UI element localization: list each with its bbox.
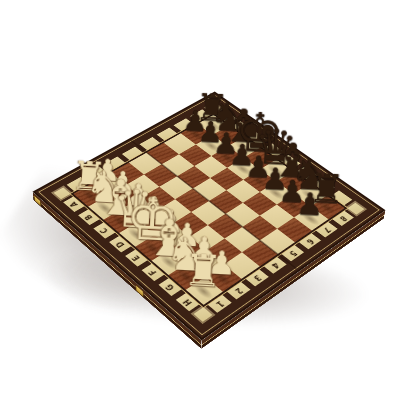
piece-ground-shadow bbox=[160, 228, 183, 245]
piece-ground-shadow bbox=[176, 241, 199, 259]
piece-ground-shadow bbox=[281, 175, 303, 191]
piece-ground-shadow bbox=[94, 200, 116, 216]
pieces-layer: ♜♞♝♚♛♝♞♜♟♟♟♟♟♟♟♟♜♞♝♛♚♝♞♜♟♟♟♟♟♟♟♟ bbox=[73, 115, 344, 305]
piece-ground-shadow bbox=[141, 239, 164, 257]
piece-ground-shadow bbox=[157, 253, 180, 271]
piece-ground-shadow bbox=[193, 255, 217, 273]
file-label: C bbox=[100, 227, 110, 234]
piece-ground-shadow bbox=[113, 189, 135, 205]
piece-ground-shadow bbox=[298, 187, 321, 203]
piece-ground-shadow bbox=[249, 152, 271, 167]
scene: ABCDEFGH 87654321 ♜♞♝♚♛♝♞♜♟♟♟♟♟♟♟♟♜♞♝♛♚♝… bbox=[84, 76, 334, 326]
piece-ground-shadow bbox=[201, 139, 222, 153]
piece-ground-shadow bbox=[98, 177, 119, 193]
border-cell bbox=[157, 128, 178, 142]
piece-ground-shadow bbox=[265, 163, 287, 178]
chess-set-photo: ABCDEFGH 87654321 ♜♞♝♚♛♝♞♜♟♟♟♟♟♟♟♟♜♞♝♛♚♝… bbox=[0, 0, 400, 400]
piece-ground-shadow bbox=[248, 173, 270, 188]
piece-ground-shadow bbox=[186, 128, 207, 142]
piece-ground-shadow bbox=[265, 185, 287, 201]
border-cell: 6 bbox=[298, 233, 321, 250]
piece-ground-shadow bbox=[232, 162, 254, 177]
piece-ground-shadow bbox=[216, 150, 237, 165]
file-label: A bbox=[69, 200, 79, 207]
rank-label: 3 bbox=[252, 273, 262, 281]
file-label: D bbox=[115, 240, 126, 248]
piece-ground-shadow bbox=[233, 140, 254, 154]
piece-ground-shadow bbox=[282, 198, 305, 214]
piece-ground-shadow bbox=[299, 211, 322, 228]
rank-label: 5 bbox=[287, 249, 297, 256]
rank-label: 7 bbox=[321, 226, 331, 233]
file-label: H bbox=[182, 297, 193, 306]
rank-label: 1 bbox=[214, 299, 224, 307]
piece-ground-shadow bbox=[128, 202, 150, 218]
rank-label: 6 bbox=[304, 237, 314, 244]
piece-ground-shadow bbox=[210, 269, 234, 288]
chess-board: ABCDEFGH 87654321 ♜♞♝♚♛♝♞♜♟♟♟♟♟♟♟♟♜♞♝♛♚♝… bbox=[32, 92, 385, 341]
piece-ground-shadow bbox=[315, 200, 338, 216]
rank-label: 2 bbox=[233, 286, 243, 294]
piece-ground-shadow bbox=[217, 129, 238, 143]
file-label: G bbox=[165, 282, 176, 290]
file-label: E bbox=[132, 254, 142, 261]
piece-ground-shadow bbox=[202, 118, 223, 132]
rank-label: 8 bbox=[338, 214, 348, 221]
piece-ground-shadow bbox=[174, 267, 198, 286]
file-label: F bbox=[148, 268, 158, 275]
brass-hinge bbox=[136, 285, 144, 297]
file-label: B bbox=[84, 213, 94, 220]
piece-ground-shadow bbox=[144, 214, 167, 231]
border-cell bbox=[85, 167, 107, 182]
rank-label: 4 bbox=[270, 261, 280, 269]
